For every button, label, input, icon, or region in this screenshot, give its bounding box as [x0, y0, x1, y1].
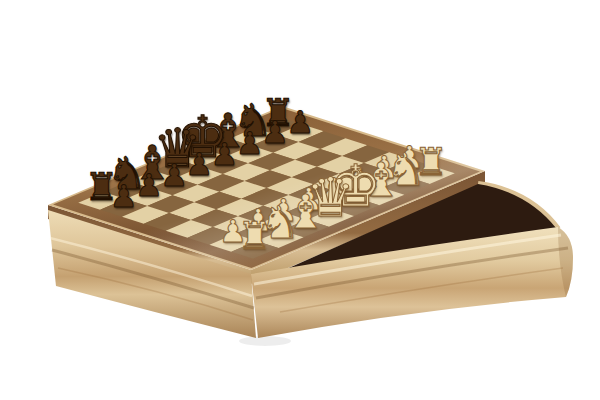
piece-black-pawn[interactable]: ♟: [135, 170, 163, 201]
piece-black-pawn[interactable]: ♟: [286, 107, 314, 138]
piece-black-pawn[interactable]: ♟: [261, 117, 289, 148]
piece-black-pawn[interactable]: ♟: [211, 139, 239, 170]
piece-black-pawn[interactable]: ♟: [110, 181, 138, 212]
piece-black-pawn[interactable]: ♟: [160, 160, 188, 191]
piece-black-pawn[interactable]: ♟: [185, 149, 213, 180]
corner-shadow: [239, 336, 291, 346]
piece-white-rook[interactable]: ♜: [238, 217, 272, 255]
piece-black-pawn[interactable]: ♟: [236, 128, 264, 159]
chess-set-photo: ♜♟♞♟♝♟♚♟♟♛♜♟♟♝♞♟♟♞♝♟♟♜♚♟♟♛♟♝♟♞♟♜: [0, 0, 600, 400]
